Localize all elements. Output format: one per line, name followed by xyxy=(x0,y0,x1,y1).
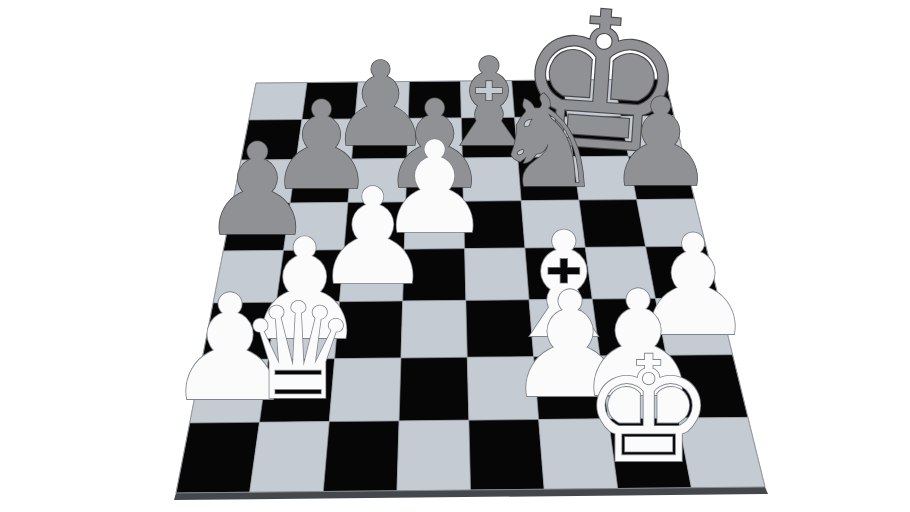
piece-black-knight-f6: ♞ xyxy=(491,68,605,216)
square-d1 xyxy=(397,420,471,491)
chessboard: ♟♝♚♟♟♞♟♟♟♟♟♝♟♟♛♟♟♚ xyxy=(0,0,910,512)
piece-white-king-g1: ♚ xyxy=(583,324,715,496)
piece-white-queen-b2: ♛ xyxy=(238,275,357,429)
chess-3d-scene: ♟♝♚♟♟♞♟♟♟♟♟♝♟♟♛♟♟♚ xyxy=(0,0,910,512)
piece-black-pawn-h6: ♟ xyxy=(606,72,715,214)
square-d2 xyxy=(399,357,469,421)
square-c1 xyxy=(323,421,399,492)
